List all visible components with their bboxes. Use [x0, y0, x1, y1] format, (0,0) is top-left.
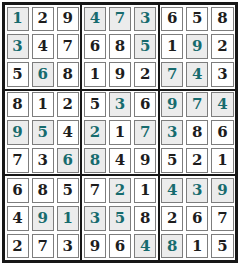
cell-r1c9-solved[interactable]: 8 [211, 7, 233, 32]
cell-r7c7-given[interactable]: 4 [161, 178, 183, 203]
cell-r1c4-given[interactable]: 4 [84, 7, 106, 32]
cell-r8c6-solved[interactable]: 8 [134, 206, 156, 231]
box-2-1: 721358964 [81, 175, 158, 261]
cell-r4c4-solved[interactable]: 5 [84, 92, 106, 117]
cell-r8c9-solved[interactable]: 7 [211, 206, 233, 231]
cell-r2c6-given[interactable]: 5 [134, 34, 156, 59]
cell-r5c3-solved[interactable]: 4 [57, 120, 79, 145]
cell-r3c7-given[interactable]: 7 [161, 62, 183, 87]
cell-r9c5-solved[interactable]: 6 [109, 234, 131, 259]
cell-r8c8-solved[interactable]: 6 [186, 206, 208, 231]
cell-r2c9-solved[interactable]: 2 [211, 34, 233, 59]
cell-r4c9-given[interactable]: 4 [211, 92, 233, 117]
cell-r8c5-given[interactable]: 5 [109, 206, 131, 231]
cell-r5c5-solved[interactable]: 1 [109, 120, 131, 145]
box-0-2: 658192743 [159, 4, 236, 90]
cell-r5c9-solved[interactable]: 6 [211, 120, 233, 145]
cell-r1c1-given[interactable]: 1 [7, 7, 29, 32]
cell-r4c1-solved[interactable]: 8 [7, 92, 29, 117]
cell-r3c2-given[interactable]: 6 [32, 62, 54, 87]
cell-r7c9-given[interactable]: 9 [211, 178, 233, 203]
sudoku-board: 1293475684736851926581927438129547365362… [2, 2, 238, 263]
cell-r5c7-given[interactable]: 3 [161, 120, 183, 145]
cell-r1c3-solved[interactable]: 9 [57, 7, 79, 32]
cell-r2c2-solved[interactable]: 4 [32, 34, 54, 59]
cell-r6c1-solved[interactable]: 7 [7, 148, 29, 173]
cell-r6c9-solved[interactable]: 1 [211, 148, 233, 173]
cell-r6c6-solved[interactable]: 9 [134, 148, 156, 173]
box-1-0: 812954736 [4, 90, 81, 176]
cell-r7c5-given[interactable]: 2 [109, 178, 131, 203]
box-2-0: 685491273 [4, 175, 81, 261]
cell-r9c1-solved[interactable]: 2 [7, 234, 29, 259]
cell-r7c8-given[interactable]: 3 [186, 178, 208, 203]
box-1-2: 974386521 [159, 90, 236, 176]
cell-r7c1-solved[interactable]: 6 [7, 178, 29, 203]
cell-r6c7-solved[interactable]: 5 [161, 148, 183, 173]
cell-r4c6-solved[interactable]: 6 [134, 92, 156, 117]
cell-r6c4-given[interactable]: 8 [84, 148, 106, 173]
cell-r5c4-given[interactable]: 2 [84, 120, 106, 145]
box-2-2: 439267815 [159, 175, 236, 261]
cell-r1c7-solved[interactable]: 6 [161, 7, 183, 32]
cell-r2c1-given[interactable]: 3 [7, 34, 29, 59]
cell-r7c6-solved[interactable]: 1 [134, 178, 156, 203]
box-0-0: 129347568 [4, 4, 81, 90]
cell-r2c3-solved[interactable]: 7 [57, 34, 79, 59]
cell-r8c2-given[interactable]: 9 [32, 206, 54, 231]
cell-r9c3-solved[interactable]: 3 [57, 234, 79, 259]
cell-r5c8-solved[interactable]: 8 [186, 120, 208, 145]
cell-r2c8-given[interactable]: 9 [186, 34, 208, 59]
cell-r9c2-solved[interactable]: 7 [32, 234, 54, 259]
cell-r8c1-solved[interactable]: 4 [7, 206, 29, 231]
cell-r1c2-solved[interactable]: 2 [32, 7, 54, 32]
cell-r3c1-solved[interactable]: 5 [7, 62, 29, 87]
cell-r4c8-given[interactable]: 7 [186, 92, 208, 117]
cell-r4c7-given[interactable]: 9 [161, 92, 183, 117]
cell-r3c8-given[interactable]: 4 [186, 62, 208, 87]
cell-r2c4-solved[interactable]: 6 [84, 34, 106, 59]
cell-r3c3-solved[interactable]: 8 [57, 62, 79, 87]
cell-r9c9-solved[interactable]: 5 [211, 234, 233, 259]
cell-r1c8-solved[interactable]: 5 [186, 7, 208, 32]
cell-r2c7-solved[interactable]: 1 [161, 34, 183, 59]
cell-r8c4-given[interactable]: 3 [84, 206, 106, 231]
cell-r4c3-solved[interactable]: 2 [57, 92, 79, 117]
cell-r7c3-solved[interactable]: 5 [57, 178, 79, 203]
cell-r1c6-given[interactable]: 3 [134, 7, 156, 32]
cell-r6c2-solved[interactable]: 3 [32, 148, 54, 173]
cell-r8c3-given[interactable]: 1 [57, 206, 79, 231]
cell-r9c4-solved[interactable]: 9 [84, 234, 106, 259]
cell-r5c2-given[interactable]: 5 [32, 120, 54, 145]
cell-r6c3-given[interactable]: 6 [57, 148, 79, 173]
cell-r3c5-solved[interactable]: 9 [109, 62, 131, 87]
cell-r9c7-given[interactable]: 8 [161, 234, 183, 259]
cell-r4c5-given[interactable]: 3 [109, 92, 131, 117]
cell-r3c9-solved[interactable]: 3 [211, 62, 233, 87]
box-1-1: 536217849 [81, 90, 158, 176]
cell-r3c6-solved[interactable]: 2 [134, 62, 156, 87]
cell-r6c5-solved[interactable]: 4 [109, 148, 131, 173]
cell-r9c8-solved[interactable]: 1 [186, 234, 208, 259]
cell-r5c1-given[interactable]: 9 [7, 120, 29, 145]
cell-r8c7-solved[interactable]: 2 [161, 206, 183, 231]
cell-r7c4-solved[interactable]: 7 [84, 178, 106, 203]
cell-r5c6-given[interactable]: 7 [134, 120, 156, 145]
cell-r2c5-solved[interactable]: 8 [109, 34, 131, 59]
cell-r3c4-solved[interactable]: 1 [84, 62, 106, 87]
cell-r7c2-solved[interactable]: 8 [32, 178, 54, 203]
box-0-1: 473685192 [81, 4, 158, 90]
cell-r1c5-given[interactable]: 7 [109, 7, 131, 32]
cell-r6c8-solved[interactable]: 2 [186, 148, 208, 173]
cell-r9c6-given[interactable]: 4 [134, 234, 156, 259]
cell-r4c2-solved[interactable]: 1 [32, 92, 54, 117]
